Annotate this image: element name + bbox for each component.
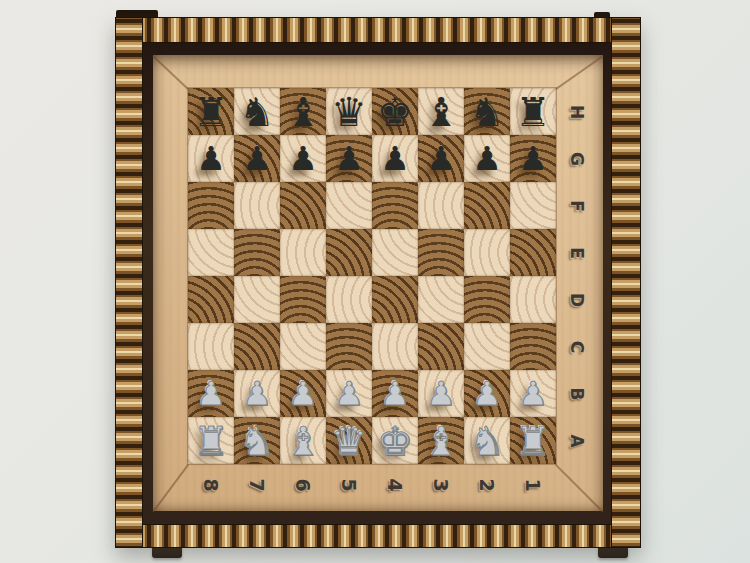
- file-label-d: D: [567, 292, 587, 306]
- black-knight[interactable]: ♞: [464, 88, 510, 135]
- square-d4[interactable]: [372, 276, 418, 323]
- silver-pawn[interactable]: ♟: [326, 370, 372, 417]
- square-a2[interactable]: ♞: [464, 417, 510, 464]
- rank-label-5: 5: [338, 478, 360, 491]
- square-c5[interactable]: [326, 323, 372, 370]
- silver-queen[interactable]: ♛: [326, 417, 372, 464]
- square-f2[interactable]: [464, 182, 510, 229]
- square-c3[interactable]: [418, 323, 464, 370]
- square-c7[interactable]: [234, 323, 280, 370]
- black-pawn[interactable]: ♟: [418, 135, 464, 182]
- square-c6[interactable]: [280, 323, 326, 370]
- frame-ornate-band-top: [115, 17, 641, 43]
- square-b8[interactable]: ♟: [188, 370, 234, 417]
- black-rook[interactable]: ♜: [188, 88, 234, 135]
- square-b3[interactable]: ♟: [418, 370, 464, 417]
- square-g8[interactable]: ♟: [188, 135, 234, 182]
- square-e1[interactable]: [510, 229, 556, 276]
- silver-knight[interactable]: ♞: [234, 417, 280, 464]
- square-a8[interactable]: ♜: [188, 417, 234, 464]
- black-pawn[interactable]: ♟: [326, 135, 372, 182]
- photo-of-chess-set: ♜♞♝♛♚♝♞♜♟♟♟♟♟♟♟♟♟♟♟♟♟♟♟♟♜♞♝♛♚♝♞♜ HGFEDCB…: [0, 0, 750, 563]
- square-h8[interactable]: ♜: [188, 88, 234, 135]
- square-a1[interactable]: ♜: [510, 417, 556, 464]
- square-b4[interactable]: ♟: [372, 370, 418, 417]
- rank-label-3: 3: [430, 478, 452, 491]
- square-f3[interactable]: [418, 182, 464, 229]
- square-e8[interactable]: [188, 229, 234, 276]
- square-c8[interactable]: [188, 323, 234, 370]
- square-e6[interactable]: [280, 229, 326, 276]
- black-pawn[interactable]: ♟: [372, 135, 418, 182]
- square-a3[interactable]: ♝: [418, 417, 464, 464]
- square-c4[interactable]: [372, 323, 418, 370]
- square-e2[interactable]: [464, 229, 510, 276]
- square-d5[interactable]: [326, 276, 372, 323]
- frame-ornate-band-left: [115, 17, 143, 548]
- file-label-f: F: [567, 200, 587, 212]
- black-king[interactable]: ♚: [372, 88, 418, 135]
- rank-label-1: 1: [522, 478, 544, 491]
- square-g4[interactable]: ♟: [372, 135, 418, 182]
- square-e5[interactable]: [326, 229, 372, 276]
- black-rook[interactable]: ♜: [510, 88, 556, 135]
- silver-pawn[interactable]: ♟: [418, 370, 464, 417]
- square-d1[interactable]: [510, 276, 556, 323]
- silver-pawn[interactable]: ♟: [372, 370, 418, 417]
- rank-label-7: 7: [246, 478, 268, 491]
- file-labels: HGFEDCBA: [559, 88, 595, 464]
- square-g6[interactable]: ♟: [280, 135, 326, 182]
- square-f7[interactable]: [234, 182, 280, 229]
- black-pawn[interactable]: ♟: [188, 135, 234, 182]
- file-label-h: H: [567, 104, 587, 118]
- square-c1[interactable]: [510, 323, 556, 370]
- silver-pawn[interactable]: ♟: [280, 370, 326, 417]
- frame-ornate-band-bottom: [115, 524, 641, 548]
- file-label-c: C: [567, 340, 587, 352]
- silver-king[interactable]: ♚: [372, 417, 418, 464]
- black-pawn[interactable]: ♟: [510, 135, 556, 182]
- black-bishop[interactable]: ♝: [418, 88, 464, 135]
- carved-wooden-frame: ♜♞♝♛♚♝♞♜♟♟♟♟♟♟♟♟♟♟♟♟♟♟♟♟♜♞♝♛♚♝♞♜ HGFEDCB…: [115, 17, 641, 548]
- square-b6[interactable]: ♟: [280, 370, 326, 417]
- file-label-b: B: [567, 387, 587, 400]
- square-f6[interactable]: [280, 182, 326, 229]
- rank-labels: 87654321: [188, 468, 556, 502]
- square-h4[interactable]: ♚: [372, 88, 418, 135]
- silver-pawn[interactable]: ♟: [464, 370, 510, 417]
- file-label-g: G: [567, 152, 587, 166]
- square-h6[interactable]: ♝: [280, 88, 326, 135]
- file-label-e: E: [567, 247, 587, 259]
- silver-rook[interactable]: ♜: [188, 417, 234, 464]
- chess-board[interactable]: ♜♞♝♛♚♝♞♜♟♟♟♟♟♟♟♟♟♟♟♟♟♟♟♟♜♞♝♛♚♝♞♜: [188, 88, 556, 464]
- silver-bishop[interactable]: ♝: [418, 417, 464, 464]
- square-d6[interactable]: [280, 276, 326, 323]
- square-f4[interactable]: [372, 182, 418, 229]
- square-b2[interactable]: ♟: [464, 370, 510, 417]
- silver-pawn[interactable]: ♟: [510, 370, 556, 417]
- square-f5[interactable]: [326, 182, 372, 229]
- square-g1[interactable]: ♟: [510, 135, 556, 182]
- square-d7[interactable]: [234, 276, 280, 323]
- square-h1[interactable]: ♜: [510, 88, 556, 135]
- square-g7[interactable]: ♟: [234, 135, 280, 182]
- square-d8[interactable]: [188, 276, 234, 323]
- square-a5[interactable]: ♛: [326, 417, 372, 464]
- square-b5[interactable]: ♟: [326, 370, 372, 417]
- silver-pawn[interactable]: ♟: [188, 370, 234, 417]
- square-h7[interactable]: ♞: [234, 88, 280, 135]
- square-a7[interactable]: ♞: [234, 417, 280, 464]
- square-c2[interactable]: [464, 323, 510, 370]
- square-h2[interactable]: ♞: [464, 88, 510, 135]
- square-g5[interactable]: ♟: [326, 135, 372, 182]
- black-pawn[interactable]: ♟: [280, 135, 326, 182]
- square-b7[interactable]: ♟: [234, 370, 280, 417]
- square-f1[interactable]: [510, 182, 556, 229]
- silver-pawn[interactable]: ♟: [234, 370, 280, 417]
- square-d3[interactable]: [418, 276, 464, 323]
- silver-knight[interactable]: ♞: [464, 417, 510, 464]
- frame-ornate-band-right: [611, 17, 641, 548]
- square-e4[interactable]: [372, 229, 418, 276]
- square-e7[interactable]: [234, 229, 280, 276]
- square-f8[interactable]: [188, 182, 234, 229]
- square-b1[interactable]: ♟: [510, 370, 556, 417]
- black-knight[interactable]: ♞: [234, 88, 280, 135]
- black-pawn[interactable]: ♟: [234, 135, 280, 182]
- silver-rook[interactable]: ♜: [510, 417, 556, 464]
- rank-label-2: 2: [476, 478, 498, 491]
- square-e3[interactable]: [418, 229, 464, 276]
- silver-bishop[interactable]: ♝: [280, 417, 326, 464]
- square-g3[interactable]: ♟: [418, 135, 464, 182]
- square-a6[interactable]: ♝: [280, 417, 326, 464]
- square-a4[interactable]: ♚: [372, 417, 418, 464]
- black-queen[interactable]: ♛: [326, 88, 372, 135]
- black-bishop[interactable]: ♝: [280, 88, 326, 135]
- square-h5[interactable]: ♛: [326, 88, 372, 135]
- square-d2[interactable]: [464, 276, 510, 323]
- black-pawn[interactable]: ♟: [464, 135, 510, 182]
- file-label-a: A: [567, 434, 587, 447]
- square-g2[interactable]: ♟: [464, 135, 510, 182]
- rank-label-6: 6: [292, 478, 314, 491]
- rank-label-4: 4: [384, 478, 406, 491]
- rank-label-8: 8: [200, 478, 222, 491]
- square-h3[interactable]: ♝: [418, 88, 464, 135]
